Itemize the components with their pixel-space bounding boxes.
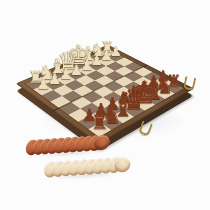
piece-white-pawn[interactable]: ♟ [19,77,67,92]
product-photo: ♜♞♝♛♚♝♞♜♟♟♟♟♟♟♟♟♟♟♟♟♟♟♟♟♜♞♝♛♚♝♞♜ [0,0,210,210]
piece-black-rook[interactable]: ♜ [76,113,124,133]
light-checkers-row [44,156,130,178]
